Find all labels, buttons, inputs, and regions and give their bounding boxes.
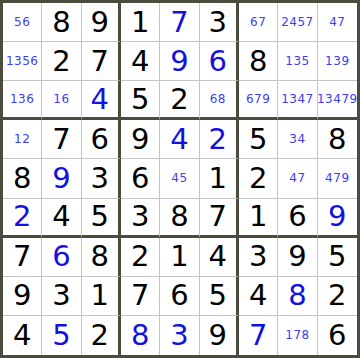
cell-r4c9[interactable]: 8 xyxy=(318,120,357,159)
cell-r8c2[interactable]: 3 xyxy=(42,277,81,316)
cell-r6c4[interactable]: 3 xyxy=(121,199,160,238)
cell-r4c6[interactable]: 2 xyxy=(200,120,239,159)
cell-r5c8[interactable]: 47 xyxy=(278,159,317,198)
cell-r4c2[interactable]: 7 xyxy=(42,120,81,159)
cell-r8c3[interactable]: 1 xyxy=(82,277,121,316)
cell-r6c3[interactable]: 5 xyxy=(82,199,121,238)
cell-r7c8[interactable]: 9 xyxy=(278,238,317,277)
cell-r5c2[interactable]: 9 xyxy=(42,159,81,198)
cell-r3c9[interactable]: 13479 xyxy=(318,81,357,120)
cell-r5c6[interactable]: 1 xyxy=(200,159,239,198)
cell-r7c7[interactable]: 3 xyxy=(239,238,278,277)
cell-r9c5[interactable]: 3 xyxy=(160,316,199,355)
cell-r1c8[interactable]: 2457 xyxy=(278,3,317,42)
cell-r3c1[interactable]: 136 xyxy=(3,81,42,120)
cell-r3c5[interactable]: 2 xyxy=(160,81,199,120)
cell-r6c8[interactable]: 6 xyxy=(278,199,317,238)
cell-r9c2[interactable]: 5 xyxy=(42,316,81,355)
cell-r6c7[interactable]: 1 xyxy=(239,199,278,238)
cell-r4c5[interactable]: 4 xyxy=(160,120,199,159)
cell-r4c4[interactable]: 9 xyxy=(121,120,160,159)
cell-r5c7[interactable]: 2 xyxy=(239,159,278,198)
cell-r6c6[interactable]: 7 xyxy=(200,199,239,238)
cell-r5c4[interactable]: 6 xyxy=(121,159,160,198)
cell-r2c8[interactable]: 135 xyxy=(278,42,317,81)
cell-r8c4[interactable]: 7 xyxy=(121,277,160,316)
cell-r1c7[interactable]: 67 xyxy=(239,3,278,42)
cell-r7c9[interactable]: 5 xyxy=(318,238,357,277)
cell-r2c7[interactable]: 8 xyxy=(239,42,278,81)
cell-r7c6[interactable]: 4 xyxy=(200,238,239,277)
cell-r4c1[interactable]: 12 xyxy=(3,120,42,159)
cell-r5c9[interactable]: 479 xyxy=(318,159,357,198)
cell-r9c4[interactable]: 8 xyxy=(121,316,160,355)
cell-r5c1[interactable]: 8 xyxy=(3,159,42,198)
cell-r4c8[interactable]: 34 xyxy=(278,120,317,159)
cell-r3c2[interactable]: 16 xyxy=(42,81,81,120)
cell-r2c6[interactable]: 6 xyxy=(200,42,239,81)
cell-r9c6[interactable]: 9 xyxy=(200,316,239,355)
cell-r2c4[interactable]: 4 xyxy=(121,42,160,81)
cell-r1c6[interactable]: 3 xyxy=(200,3,239,42)
cell-r9c8[interactable]: 178 xyxy=(278,316,317,355)
cell-r3c3[interactable]: 4 xyxy=(82,81,121,120)
cell-r2c3[interactable]: 7 xyxy=(82,42,121,81)
cell-r5c3[interactable]: 3 xyxy=(82,159,121,198)
cell-r8c6[interactable]: 5 xyxy=(200,277,239,316)
cell-r5c5[interactable]: 45 xyxy=(160,159,199,198)
cell-r8c9[interactable]: 2 xyxy=(318,277,357,316)
cell-r2c2[interactable]: 2 xyxy=(42,42,81,81)
cell-r1c4[interactable]: 1 xyxy=(121,3,160,42)
cell-r2c9[interactable]: 139 xyxy=(318,42,357,81)
cell-r8c5[interactable]: 6 xyxy=(160,277,199,316)
cell-r7c4[interactable]: 2 xyxy=(121,238,160,277)
cell-r4c3[interactable]: 6 xyxy=(82,120,121,159)
cell-r1c1[interactable]: 56 xyxy=(3,3,42,42)
cell-r3c4[interactable]: 5 xyxy=(121,81,160,120)
cell-r1c3[interactable]: 9 xyxy=(82,3,121,42)
cell-r7c3[interactable]: 8 xyxy=(82,238,121,277)
cell-r6c9[interactable]: 9 xyxy=(318,199,357,238)
cell-r9c3[interactable]: 2 xyxy=(82,316,121,355)
cell-r9c7[interactable]: 7 xyxy=(239,316,278,355)
sudoku-board: 5689173672457471356274968135139136164526… xyxy=(0,0,360,358)
cell-r9c9[interactable]: 6 xyxy=(318,316,357,355)
cell-r8c1[interactable]: 9 xyxy=(3,277,42,316)
cell-r6c5[interactable]: 8 xyxy=(160,199,199,238)
cell-r8c8[interactable]: 8 xyxy=(278,277,317,316)
cell-r9c1[interactable]: 4 xyxy=(3,316,42,355)
cell-r6c1[interactable]: 2 xyxy=(3,199,42,238)
cell-r7c1[interactable]: 7 xyxy=(3,238,42,277)
cell-r6c2[interactable]: 4 xyxy=(42,199,81,238)
cell-r1c2[interactable]: 8 xyxy=(42,3,81,42)
cell-r2c1[interactable]: 1356 xyxy=(3,42,42,81)
cell-r3c6[interactable]: 68 xyxy=(200,81,239,120)
cell-r4c7[interactable]: 5 xyxy=(239,120,278,159)
cell-r3c8[interactable]: 1347 xyxy=(278,81,317,120)
cell-r1c9[interactable]: 47 xyxy=(318,3,357,42)
cell-r7c5[interactable]: 1 xyxy=(160,238,199,277)
cell-r2c5[interactable]: 9 xyxy=(160,42,199,81)
cell-r7c2[interactable]: 6 xyxy=(42,238,81,277)
cell-r3c7[interactable]: 679 xyxy=(239,81,278,120)
cell-r8c7[interactable]: 4 xyxy=(239,277,278,316)
cell-r1c5[interactable]: 7 xyxy=(160,3,199,42)
